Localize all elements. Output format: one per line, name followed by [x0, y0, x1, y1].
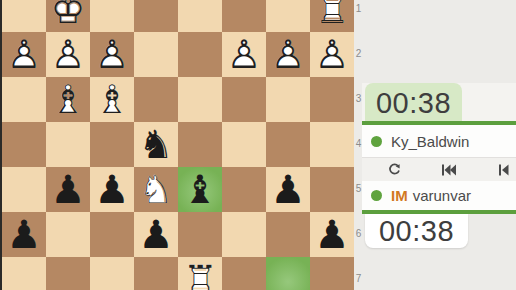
square-c6[interactable] — [222, 212, 266, 257]
white-rook-piece: ♜♖ — [310, 0, 354, 32]
square-d4[interactable] — [178, 122, 222, 167]
go-to-start-icon — [442, 164, 456, 176]
square-h1[interactable] — [2, 0, 46, 32]
top-clock: 00:38 — [365, 83, 462, 121]
square-f2[interactable]: ♟♙ — [90, 32, 134, 77]
player-title-badge: IM — [391, 187, 408, 204]
square-g1[interactable]: ♚♔ — [46, 0, 90, 32]
square-e5[interactable]: ♞♘ — [134, 167, 178, 212]
square-b7[interactable] — [266, 257, 310, 290]
square-a2[interactable]: ♟♙ — [310, 32, 354, 77]
online-dot — [371, 136, 382, 147]
player-top-row[interactable]: Ky_Baldwin — [362, 125, 516, 157]
square-g5[interactable]: ♟ — [46, 167, 90, 212]
black-pawn-piece: ♟ — [134, 212, 178, 257]
white-pawn-piece: ♟♙ — [310, 32, 354, 77]
square-a4[interactable] — [310, 122, 354, 167]
square-b2[interactable]: ♟♙ — [266, 32, 310, 77]
square-c5[interactable] — [222, 167, 266, 212]
square-c7[interactable] — [222, 257, 266, 290]
square-f5[interactable]: ♟ — [90, 167, 134, 212]
chess-board[interactable]: ♚♔♜♖♟♙♟♙♟♙♟♙♟♙♟♙♝♗♝♗♞♟♟♞♘♝♟♟♟♟♜♖ — [2, 0, 354, 290]
square-h3[interactable] — [2, 77, 46, 122]
white-pawn-piece: ♟♙ — [266, 32, 310, 77]
rank-label-6: 6 — [354, 228, 363, 240]
square-h6[interactable]: ♟ — [2, 212, 46, 257]
online-dot — [371, 190, 382, 201]
square-g4[interactable] — [46, 122, 90, 167]
flip-board-icon — [387, 163, 401, 177]
square-h4[interactable] — [2, 122, 46, 167]
square-b6[interactable] — [266, 212, 310, 257]
go-to-start-button[interactable] — [438, 158, 460, 182]
player-bottom-name: varunvar — [413, 187, 471, 204]
square-h2[interactable]: ♟♙ — [2, 32, 46, 77]
white-pawn-piece: ♟♙ — [90, 32, 134, 77]
square-d7[interactable]: ♜♖ — [178, 257, 222, 290]
square-c1[interactable] — [222, 0, 266, 32]
square-e2[interactable] — [134, 32, 178, 77]
white-king-piece: ♚♔ — [46, 0, 90, 32]
square-e7[interactable] — [134, 257, 178, 290]
square-d1[interactable] — [178, 0, 222, 32]
white-pawn-piece: ♟♙ — [46, 32, 90, 77]
black-knight-piece: ♞ — [134, 122, 178, 167]
square-h7[interactable] — [2, 257, 46, 290]
square-b5[interactable]: ♟ — [266, 167, 310, 212]
square-b3[interactable] — [266, 77, 310, 122]
square-g6[interactable] — [46, 212, 90, 257]
square-f7[interactable] — [90, 257, 134, 290]
square-e3[interactable] — [134, 77, 178, 122]
white-bishop-piece: ♝♗ — [46, 77, 90, 122]
square-d6[interactable] — [178, 212, 222, 257]
black-pawn-piece: ♟ — [266, 167, 310, 212]
square-d3[interactable] — [178, 77, 222, 122]
white-rook-piece: ♜♖ — [178, 257, 222, 290]
black-pawn-piece: ♟ — [90, 167, 134, 212]
square-a6[interactable]: ♟ — [310, 212, 354, 257]
player-top-name: Ky_Baldwin — [391, 133, 469, 150]
player-bottom-row[interactable]: IM varunvar — [362, 181, 516, 210]
square-c2[interactable]: ♟♙ — [222, 32, 266, 77]
square-a5[interactable] — [310, 167, 354, 212]
square-f6[interactable] — [90, 212, 134, 257]
square-f4[interactable] — [90, 122, 134, 167]
square-d5[interactable]: ♝ — [178, 167, 222, 212]
square-f3[interactable]: ♝♗ — [90, 77, 134, 122]
previous-move-button[interactable] — [493, 158, 515, 182]
white-pawn-piece: ♟♙ — [2, 32, 46, 77]
square-e1[interactable] — [134, 0, 178, 32]
previous-move-icon — [499, 164, 509, 176]
square-b1[interactable] — [266, 0, 310, 32]
square-h5[interactable] — [2, 167, 46, 212]
rank-label-2: 2 — [354, 48, 363, 60]
square-g7[interactable] — [46, 257, 90, 290]
square-a7[interactable] — [310, 257, 354, 290]
rank-label-7: 7 — [354, 273, 363, 285]
white-bishop-piece: ♝♗ — [90, 77, 134, 122]
black-pawn-piece: ♟ — [2, 212, 46, 257]
square-b4[interactable] — [266, 122, 310, 167]
square-c4[interactable] — [222, 122, 266, 167]
square-a3[interactable] — [310, 77, 354, 122]
square-d2[interactable] — [178, 32, 222, 77]
white-knight-piece: ♞♘ — [134, 167, 178, 212]
black-pawn-piece: ♟ — [46, 167, 90, 212]
rank-label-1: 1 — [354, 3, 363, 15]
bottom-clock: 00:38 — [365, 214, 468, 248]
black-pawn-piece: ♟ — [310, 212, 354, 257]
square-g2[interactable]: ♟♙ — [46, 32, 90, 77]
square-g3[interactable]: ♝♗ — [46, 77, 90, 122]
square-c3[interactable] — [222, 77, 266, 122]
black-bishop-piece: ♝ — [178, 167, 222, 212]
square-f1[interactable] — [90, 0, 134, 32]
square-a1[interactable]: ♜♖ — [310, 0, 354, 32]
square-e4[interactable]: ♞ — [134, 122, 178, 167]
white-pawn-piece: ♟♙ — [222, 32, 266, 77]
flip-board-button[interactable] — [383, 158, 405, 182]
square-e6[interactable]: ♟ — [134, 212, 178, 257]
replay-controls — [362, 157, 516, 183]
